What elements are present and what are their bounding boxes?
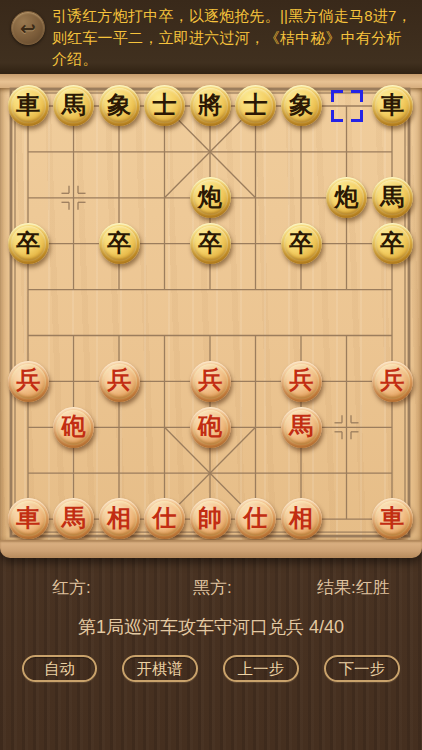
piece-glyph: 車 [380, 506, 404, 530]
piece-glyph: 兵 [289, 368, 313, 392]
hint-text: 引诱红方炮打中卒，以逐炮抢先。||黑方倘走马8进7，则红车一平二，立即进六过河，… [52, 5, 414, 70]
piece-red-cannon[interactable]: 砲 [53, 407, 94, 448]
piece-glyph: 卒 [289, 231, 313, 255]
piece-glyph: 炮 [335, 185, 359, 209]
piece-red-chariot[interactable]: 車 [8, 498, 49, 539]
piece-glyph: 兵 [16, 368, 40, 392]
black-player-label: 黑方: [193, 576, 232, 599]
control-bar: 自动 开棋谱 上一步 下一步 [0, 655, 422, 683]
marker-corner [351, 90, 363, 102]
piece-red-soldier[interactable]: 兵 [372, 361, 413, 402]
piece-black-soldier[interactable]: 卒 [190, 223, 231, 264]
piece-glyph: 象 [289, 93, 313, 117]
piece-glyph: 將 [198, 93, 222, 117]
marker-corner [331, 90, 343, 102]
piece-black-chariot[interactable]: 車 [372, 85, 413, 126]
last-move-marker [331, 90, 363, 122]
piece-red-chariot[interactable]: 車 [372, 498, 413, 539]
game-title-text: 第1局巡河车攻车守河口兑兵 [78, 617, 304, 637]
piece-glyph: 馬 [62, 93, 86, 117]
piece-red-soldier[interactable]: 兵 [8, 361, 49, 402]
piece-black-horse[interactable]: 馬 [372, 177, 413, 218]
move-progress: 4/40 [309, 617, 344, 637]
game-title: 第1局巡河车攻车守河口兑兵 4/40 [0, 615, 422, 639]
piece-red-cannon[interactable]: 砲 [190, 407, 231, 448]
board-bottom-edge [0, 540, 422, 558]
piece-black-cannon[interactable]: 炮 [190, 177, 231, 218]
piece-black-chariot[interactable]: 車 [8, 85, 49, 126]
piece-red-elephant[interactable]: 相 [99, 498, 140, 539]
piece-black-elephant[interactable]: 象 [99, 85, 140, 126]
piece-glyph: 卒 [380, 231, 404, 255]
piece-glyph: 卒 [198, 231, 222, 255]
piece-glyph: 帥 [198, 506, 222, 530]
piece-black-cannon[interactable]: 炮 [326, 177, 367, 218]
piece-glyph: 仕 [244, 506, 268, 530]
piece-glyph: 車 [16, 93, 40, 117]
piece-black-advisor[interactable]: 士 [235, 85, 276, 126]
piece-glyph: 兵 [107, 368, 131, 392]
auto-button[interactable]: 自动 [22, 655, 97, 682]
piece-red-elephant[interactable]: 相 [281, 498, 322, 539]
hint-banner: ↩ 引诱红方炮打中卒，以逐炮抢先。||黑方倘走马8进7，则红车一平二，立即进六过… [0, 0, 422, 74]
piece-glyph: 馬 [380, 185, 404, 209]
piece-glyph: 相 [107, 506, 131, 530]
piece-red-soldier[interactable]: 兵 [99, 361, 140, 402]
piece-red-advisor[interactable]: 仕 [235, 498, 276, 539]
piece-glyph: 卒 [16, 231, 40, 255]
piece-black-advisor[interactable]: 士 [144, 85, 185, 126]
piece-black-soldier[interactable]: 卒 [372, 223, 413, 264]
piece-red-soldier[interactable]: 兵 [281, 361, 322, 402]
piece-red-horse[interactable]: 馬 [53, 498, 94, 539]
piece-red-advisor[interactable]: 仕 [144, 498, 185, 539]
piece-glyph: 仕 [153, 506, 177, 530]
xiangqi-board: 車馬象士將士象車炮炮馬卒卒卒卒卒兵兵兵兵兵砲砲馬車馬相仕帥仕相車 [0, 74, 422, 558]
piece-glyph: 士 [244, 93, 268, 117]
piece-glyph: 兵 [380, 368, 404, 392]
piece-glyph: 車 [16, 506, 40, 530]
piece-glyph: 炮 [198, 185, 222, 209]
result-label: 结果:红胜 [317, 576, 390, 599]
piece-black-horse[interactable]: 馬 [53, 85, 94, 126]
piece-glyph: 車 [380, 93, 404, 117]
marker-corner [331, 110, 343, 122]
red-player-label: 红方: [52, 576, 91, 599]
piece-glyph: 馬 [62, 506, 86, 530]
piece-glyph: 相 [289, 506, 313, 530]
next-move-button[interactable]: 下一步 [324, 655, 401, 682]
piece-glyph: 砲 [62, 414, 86, 438]
piece-glyph: 馬 [289, 414, 313, 438]
return-arrow-icon: ↩ [20, 19, 36, 38]
piece-black-general[interactable]: 將 [190, 85, 231, 126]
piece-glyph: 士 [153, 93, 177, 117]
piece-black-soldier[interactable]: 卒 [8, 223, 49, 264]
piece-glyph: 象 [107, 93, 131, 117]
piece-red-horse[interactable]: 馬 [281, 407, 322, 448]
marker-corner [351, 110, 363, 122]
piece-red-soldier[interactable]: 兵 [190, 361, 231, 402]
pieces-layer: 車馬象士將士象車炮炮馬卒卒卒卒卒兵兵兵兵兵砲砲馬車馬相仕帥仕相車 [5, 83, 415, 542]
app-screen: ↩ 引诱红方炮打中卒，以逐炮抢先。||黑方倘走马8进7，则红车一平二，立即进六过… [0, 0, 422, 750]
open-manual-button[interactable]: 开棋谱 [122, 655, 199, 682]
piece-black-soldier[interactable]: 卒 [99, 223, 140, 264]
piece-glyph: 兵 [198, 368, 222, 392]
players-bar: 红方: 黑方: 结果:红胜 [0, 576, 422, 600]
prev-move-button[interactable]: 上一步 [223, 655, 300, 682]
piece-glyph: 卒 [107, 231, 131, 255]
back-button[interactable]: ↩ [11, 11, 45, 45]
piece-black-elephant[interactable]: 象 [281, 85, 322, 126]
piece-glyph: 砲 [198, 414, 222, 438]
piece-red-general[interactable]: 帥 [190, 498, 231, 539]
piece-black-soldier[interactable]: 卒 [281, 223, 322, 264]
